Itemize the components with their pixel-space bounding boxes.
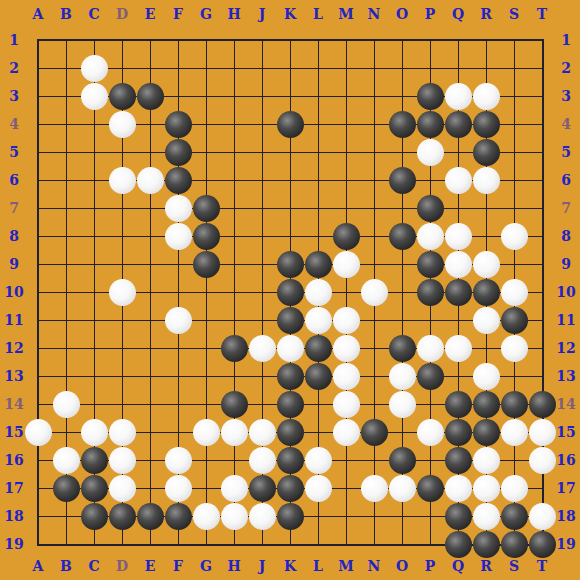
white-stone-D4: [109, 111, 136, 138]
black-stone-L12: [305, 335, 332, 362]
white-stone-J18: [249, 503, 276, 530]
white-stone-J15: [249, 419, 276, 446]
col-label-bottom-H: H: [227, 558, 240, 574]
col-label-top-G: G: [200, 6, 212, 22]
black-stone-S18: [501, 503, 528, 530]
black-stone-R10: [473, 279, 500, 306]
row-label-left-2: 2: [9, 60, 19, 76]
black-stone-D18: [109, 503, 136, 530]
white-stone-N10: [361, 279, 388, 306]
white-stone-M12: [333, 335, 360, 362]
col-label-bottom-F: F: [173, 558, 183, 574]
black-stone-L13: [305, 363, 332, 390]
row-label-right-3: 3: [561, 88, 571, 104]
black-stone-M8: [333, 223, 360, 250]
col-label-top-A: A: [33, 6, 44, 22]
col-label-top-O: O: [396, 6, 408, 22]
black-stone-P3: [417, 83, 444, 110]
black-stone-F6: [165, 167, 192, 194]
row-label-right-5: 5: [561, 144, 571, 160]
col-label-bottom-K: K: [284, 558, 296, 574]
row-label-right-9: 9: [561, 256, 571, 272]
row-label-left-18: 18: [4, 508, 23, 524]
col-label-top-P: P: [425, 6, 436, 22]
black-stone-K16: [277, 447, 304, 474]
black-stone-Q14: [445, 391, 472, 418]
black-stone-O4: [389, 111, 416, 138]
black-stone-Q10: [445, 279, 472, 306]
black-stone-R5: [473, 139, 500, 166]
col-label-bottom-O: O: [396, 558, 408, 574]
black-stone-H12: [221, 335, 248, 362]
black-stone-L9: [305, 251, 332, 278]
white-stone-R16: [473, 447, 500, 474]
white-stone-T15: [529, 419, 556, 446]
col-label-bottom-E: E: [145, 558, 156, 574]
white-stone-S12: [501, 335, 528, 362]
row-label-left-4: 4: [9, 116, 19, 132]
white-stone-P5: [417, 139, 444, 166]
black-stone-Q19: [445, 531, 472, 558]
white-stone-G18: [193, 503, 220, 530]
row-label-right-4: 4: [561, 116, 571, 132]
white-stone-P8: [417, 223, 444, 250]
black-stone-E18: [137, 503, 164, 530]
black-stone-S11: [501, 307, 528, 334]
row-label-right-13: 13: [556, 368, 575, 384]
black-stone-H14: [221, 391, 248, 418]
col-label-bottom-P: P: [425, 558, 436, 574]
row-label-right-8: 8: [561, 228, 571, 244]
col-label-top-F: F: [173, 6, 183, 22]
black-stone-G9: [193, 251, 220, 278]
white-stone-R9: [473, 251, 500, 278]
black-stone-T14: [529, 391, 556, 418]
black-stone-B17: [53, 475, 80, 502]
col-label-top-D: D: [116, 6, 128, 22]
white-stone-H17: [221, 475, 248, 502]
black-stone-E3: [137, 83, 164, 110]
row-label-left-9: 9: [9, 256, 19, 272]
white-stone-O17: [389, 475, 416, 502]
col-label-top-M: M: [338, 6, 354, 22]
black-stone-D3: [109, 83, 136, 110]
white-stone-H18: [221, 503, 248, 530]
row-label-right-6: 6: [561, 172, 571, 188]
row-label-left-10: 10: [4, 284, 23, 300]
black-stone-F18: [165, 503, 192, 530]
row-label-left-19: 19: [4, 536, 23, 552]
white-stone-O13: [389, 363, 416, 390]
white-stone-O14: [389, 391, 416, 418]
black-stone-R14: [473, 391, 500, 418]
white-stone-S8: [501, 223, 528, 250]
white-stone-D10: [109, 279, 136, 306]
col-label-top-B: B: [60, 6, 72, 22]
white-stone-J16: [249, 447, 276, 474]
black-stone-O6: [389, 167, 416, 194]
col-label-top-T: T: [537, 6, 547, 22]
white-stone-P12: [417, 335, 444, 362]
black-stone-C16: [81, 447, 108, 474]
row-label-left-8: 8: [9, 228, 19, 244]
black-stone-O8: [389, 223, 416, 250]
white-stone-Q9: [445, 251, 472, 278]
white-stone-L16: [305, 447, 332, 474]
white-stone-J12: [249, 335, 276, 362]
row-label-right-19: 19: [556, 536, 575, 552]
black-stone-K14: [277, 391, 304, 418]
col-label-top-R: R: [480, 6, 492, 22]
black-stone-R19: [473, 531, 500, 558]
row-label-left-5: 5: [9, 144, 19, 160]
white-stone-L17: [305, 475, 332, 502]
black-stone-Q4: [445, 111, 472, 138]
black-stone-K18: [277, 503, 304, 530]
black-stone-F4: [165, 111, 192, 138]
col-label-top-K: K: [284, 6, 296, 22]
white-stone-M15: [333, 419, 360, 446]
row-label-right-2: 2: [561, 60, 571, 76]
white-stone-R11: [473, 307, 500, 334]
white-stone-F17: [165, 475, 192, 502]
col-label-bottom-S: S: [509, 558, 519, 574]
col-label-bottom-R: R: [480, 558, 492, 574]
white-stone-C15: [81, 419, 108, 446]
col-label-top-J: J: [259, 6, 266, 22]
col-label-bottom-M: M: [338, 558, 354, 574]
white-stone-C3: [81, 83, 108, 110]
row-label-right-16: 16: [556, 452, 575, 468]
row-label-right-11: 11: [556, 312, 575, 328]
col-label-top-S: S: [509, 6, 519, 22]
white-stone-L10: [305, 279, 332, 306]
black-stone-K17: [277, 475, 304, 502]
col-label-top-E: E: [145, 6, 156, 22]
white-stone-F7: [165, 195, 192, 222]
col-label-bottom-N: N: [368, 558, 381, 574]
row-label-left-3: 3: [9, 88, 19, 104]
black-stone-K13: [277, 363, 304, 390]
black-stone-F5: [165, 139, 192, 166]
white-stone-R17: [473, 475, 500, 502]
white-stone-N17: [361, 475, 388, 502]
col-label-top-H: H: [227, 6, 240, 22]
row-label-left-17: 17: [4, 480, 23, 496]
white-stone-H15: [221, 419, 248, 446]
white-stone-F8: [165, 223, 192, 250]
black-stone-K9: [277, 251, 304, 278]
row-label-left-1: 1: [9, 32, 19, 48]
col-label-bottom-T: T: [537, 558, 547, 574]
col-label-top-N: N: [368, 6, 381, 22]
col-label-top-C: C: [88, 6, 99, 22]
white-stone-B14: [53, 391, 80, 418]
white-stone-Q3: [445, 83, 472, 110]
black-stone-P7: [417, 195, 444, 222]
white-stone-Q12: [445, 335, 472, 362]
white-stone-A15: [25, 419, 52, 446]
black-stone-G8: [193, 223, 220, 250]
row-label-left-7: 7: [9, 200, 19, 216]
black-stone-G7: [193, 195, 220, 222]
black-stone-R4: [473, 111, 500, 138]
black-stone-P17: [417, 475, 444, 502]
black-stone-Q15: [445, 419, 472, 446]
col-label-top-Q: Q: [452, 6, 464, 22]
black-stone-J17: [249, 475, 276, 502]
row-label-right-17: 17: [556, 480, 575, 496]
row-label-left-13: 13: [4, 368, 23, 384]
col-label-bottom-D: D: [116, 558, 128, 574]
white-stone-T16: [529, 447, 556, 474]
white-stone-Q6: [445, 167, 472, 194]
col-label-bottom-B: B: [60, 558, 72, 574]
white-stone-M9: [333, 251, 360, 278]
black-stone-S19: [501, 531, 528, 558]
col-label-bottom-Q: Q: [452, 558, 464, 574]
white-stone-Q17: [445, 475, 472, 502]
white-stone-D16: [109, 447, 136, 474]
white-stone-D6: [109, 167, 136, 194]
white-stone-D15: [109, 419, 136, 446]
col-label-bottom-L: L: [313, 558, 323, 574]
white-stone-T18: [529, 503, 556, 530]
white-stone-B16: [53, 447, 80, 474]
black-stone-O16: [389, 447, 416, 474]
white-stone-R13: [473, 363, 500, 390]
white-stone-P15: [417, 419, 444, 446]
row-label-right-12: 12: [556, 340, 575, 356]
white-stone-G15: [193, 419, 220, 446]
row-label-left-11: 11: [4, 312, 23, 328]
col-label-bottom-A: A: [33, 558, 44, 574]
white-stone-M11: [333, 307, 360, 334]
white-stone-F11: [165, 307, 192, 334]
col-label-bottom-G: G: [200, 558, 212, 574]
row-label-left-14: 14: [4, 396, 23, 412]
row-label-right-15: 15: [556, 424, 575, 440]
black-stone-P10: [417, 279, 444, 306]
row-label-left-6: 6: [9, 172, 19, 188]
col-label-bottom-C: C: [88, 558, 99, 574]
white-stone-S10: [501, 279, 528, 306]
black-stone-R15: [473, 419, 500, 446]
row-label-right-7: 7: [561, 200, 571, 216]
white-stone-C2: [81, 55, 108, 82]
black-stone-K4: [277, 111, 304, 138]
white-stone-M13: [333, 363, 360, 390]
black-stone-S14: [501, 391, 528, 418]
black-stone-O12: [389, 335, 416, 362]
col-label-bottom-J: J: [259, 558, 266, 574]
white-stone-D17: [109, 475, 136, 502]
white-stone-F16: [165, 447, 192, 474]
white-stone-R3: [473, 83, 500, 110]
row-label-right-10: 10: [556, 284, 575, 300]
black-stone-P9: [417, 251, 444, 278]
white-stone-R6: [473, 167, 500, 194]
black-stone-P13: [417, 363, 444, 390]
col-label-top-L: L: [313, 6, 323, 22]
row-label-right-14: 14: [556, 396, 575, 412]
black-stone-C17: [81, 475, 108, 502]
black-stone-Q16: [445, 447, 472, 474]
black-stone-Q18: [445, 503, 472, 530]
black-stone-K10: [277, 279, 304, 306]
white-stone-Q8: [445, 223, 472, 250]
black-stone-C18: [81, 503, 108, 530]
row-label-left-12: 12: [4, 340, 23, 356]
white-stone-S15: [501, 419, 528, 446]
white-stone-M14: [333, 391, 360, 418]
white-stone-R18: [473, 503, 500, 530]
white-stone-E6: [137, 167, 164, 194]
white-stone-K12: [277, 335, 304, 362]
black-stone-P4: [417, 111, 444, 138]
row-label-left-16: 16: [4, 452, 23, 468]
white-stone-S17: [501, 475, 528, 502]
go-board: ABCDEFGHJKLMNOPQRSTABCDEFGHJKLMNOPQRST12…: [0, 0, 580, 580]
black-stone-T19: [529, 531, 556, 558]
row-label-right-1: 1: [561, 32, 571, 48]
row-label-right-18: 18: [556, 508, 575, 524]
black-stone-K11: [277, 307, 304, 334]
black-stone-K15: [277, 419, 304, 446]
black-stone-N15: [361, 419, 388, 446]
white-stone-L11: [305, 307, 332, 334]
row-label-left-15: 15: [4, 424, 23, 440]
